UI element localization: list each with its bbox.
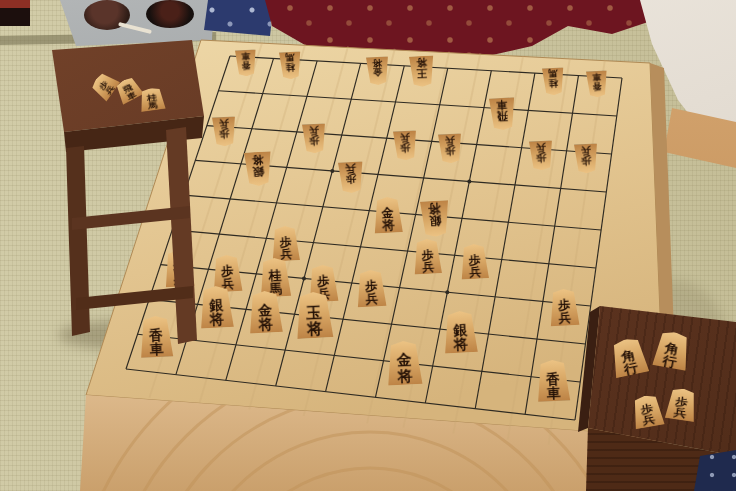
piece-kanji: 兵 <box>673 407 687 420</box>
captured-sente-pawn[interactable]: 歩兵 <box>629 393 665 429</box>
captured-sente-pawn[interactable]: 歩兵 <box>663 387 698 422</box>
piece-kanji: 兵 <box>642 414 656 427</box>
piece-kanji: 行 <box>662 353 678 368</box>
piece-kanji: 行 <box>623 360 640 375</box>
sente-captured-pieces: 角行角行歩兵歩兵 <box>0 0 736 491</box>
captured-sente-bishop[interactable]: 角行 <box>608 335 651 378</box>
captured-sente-bishop[interactable]: 角行 <box>651 329 693 371</box>
